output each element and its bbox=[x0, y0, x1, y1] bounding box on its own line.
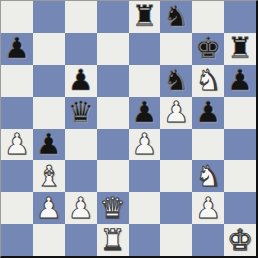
square-h3[interactable] bbox=[224, 160, 256, 192]
square-a8[interactable] bbox=[1, 1, 33, 33]
square-c2[interactable]: ♟ bbox=[65, 192, 97, 224]
white-pawn: ♟ bbox=[192, 192, 224, 224]
square-h1[interactable]: ♚ bbox=[224, 224, 256, 256]
black-pawn: ♟ bbox=[1, 33, 33, 65]
black-king: ♚ bbox=[192, 33, 224, 65]
square-g4[interactable] bbox=[192, 129, 224, 161]
square-e3[interactable] bbox=[129, 160, 161, 192]
white-pawn: ♟ bbox=[65, 192, 97, 224]
square-a1[interactable] bbox=[1, 224, 33, 256]
chess-board: ♜♞♟♚♜♟♞♞♟♛♟♟♟♟♟♟♝♞♟♟♛♟♜♚ bbox=[0, 0, 258, 258]
square-b3[interactable]: ♝ bbox=[33, 160, 65, 192]
square-e8[interactable]: ♜ bbox=[129, 1, 161, 33]
square-f2[interactable] bbox=[160, 192, 192, 224]
square-f7[interactable] bbox=[160, 33, 192, 65]
square-f1[interactable] bbox=[160, 224, 192, 256]
black-rook: ♜ bbox=[224, 33, 256, 65]
square-h4[interactable] bbox=[224, 129, 256, 161]
square-f8[interactable]: ♞ bbox=[160, 1, 192, 33]
square-h5[interactable] bbox=[224, 97, 256, 129]
square-a5[interactable] bbox=[1, 97, 33, 129]
square-b2[interactable]: ♟ bbox=[33, 192, 65, 224]
square-d2[interactable]: ♛ bbox=[97, 192, 129, 224]
square-g3[interactable]: ♞ bbox=[192, 160, 224, 192]
square-f3[interactable] bbox=[160, 160, 192, 192]
square-b5[interactable] bbox=[33, 97, 65, 129]
square-h2[interactable] bbox=[224, 192, 256, 224]
square-h8[interactable] bbox=[224, 1, 256, 33]
black-rook: ♜ bbox=[129, 1, 161, 33]
white-pawn: ♟ bbox=[160, 97, 192, 129]
black-pawn: ♟ bbox=[224, 65, 256, 97]
square-c7[interactable] bbox=[65, 33, 97, 65]
square-g5[interactable]: ♟ bbox=[192, 97, 224, 129]
square-d6[interactable] bbox=[97, 65, 129, 97]
square-e1[interactable] bbox=[129, 224, 161, 256]
white-pawn: ♟ bbox=[33, 192, 65, 224]
black-queen: ♛ bbox=[65, 97, 97, 129]
square-g6[interactable]: ♞ bbox=[192, 65, 224, 97]
white-rook: ♜ bbox=[97, 224, 129, 256]
black-pawn: ♟ bbox=[129, 97, 161, 129]
square-d8[interactable] bbox=[97, 1, 129, 33]
square-b7[interactable] bbox=[33, 33, 65, 65]
square-a2[interactable] bbox=[1, 192, 33, 224]
white-knight: ♞ bbox=[192, 65, 224, 97]
square-a7[interactable]: ♟ bbox=[1, 33, 33, 65]
square-d5[interactable] bbox=[97, 97, 129, 129]
white-pawn: ♟ bbox=[1, 129, 33, 161]
black-pawn: ♟ bbox=[192, 97, 224, 129]
square-b4[interactable]: ♟ bbox=[33, 129, 65, 161]
square-c4[interactable] bbox=[65, 129, 97, 161]
square-c6[interactable]: ♟ bbox=[65, 65, 97, 97]
square-a4[interactable]: ♟ bbox=[1, 129, 33, 161]
chess-board-grid: ♜♞♟♚♜♟♞♞♟♛♟♟♟♟♟♟♝♞♟♟♛♟♜♚ bbox=[1, 1, 256, 256]
square-e2[interactable] bbox=[129, 192, 161, 224]
square-d3[interactable] bbox=[97, 160, 129, 192]
black-pawn: ♟ bbox=[33, 129, 65, 161]
square-d7[interactable] bbox=[97, 33, 129, 65]
square-e7[interactable] bbox=[129, 33, 161, 65]
square-c3[interactable] bbox=[65, 160, 97, 192]
square-f5[interactable]: ♟ bbox=[160, 97, 192, 129]
white-pawn: ♟ bbox=[129, 129, 161, 161]
square-c8[interactable] bbox=[65, 1, 97, 33]
white-knight: ♞ bbox=[192, 160, 224, 192]
square-a3[interactable] bbox=[1, 160, 33, 192]
black-pawn: ♟ bbox=[65, 65, 97, 97]
black-knight: ♞ bbox=[160, 1, 192, 33]
white-bishop: ♝ bbox=[33, 160, 65, 192]
square-g1[interactable] bbox=[192, 224, 224, 256]
square-e4[interactable]: ♟ bbox=[129, 129, 161, 161]
square-h6[interactable]: ♟ bbox=[224, 65, 256, 97]
square-g2[interactable]: ♟ bbox=[192, 192, 224, 224]
square-f4[interactable] bbox=[160, 129, 192, 161]
square-f6[interactable]: ♞ bbox=[160, 65, 192, 97]
square-h7[interactable]: ♜ bbox=[224, 33, 256, 65]
black-knight: ♞ bbox=[160, 65, 192, 97]
square-d4[interactable] bbox=[97, 129, 129, 161]
square-g8[interactable] bbox=[192, 1, 224, 33]
square-a6[interactable] bbox=[1, 65, 33, 97]
white-king: ♚ bbox=[224, 224, 256, 256]
square-e5[interactable]: ♟ bbox=[129, 97, 161, 129]
square-e6[interactable] bbox=[129, 65, 161, 97]
square-c5[interactable]: ♛ bbox=[65, 97, 97, 129]
square-b1[interactable] bbox=[33, 224, 65, 256]
square-b8[interactable] bbox=[33, 1, 65, 33]
square-c1[interactable] bbox=[65, 224, 97, 256]
square-g7[interactable]: ♚ bbox=[192, 33, 224, 65]
square-b6[interactable] bbox=[33, 65, 65, 97]
white-queen: ♛ bbox=[97, 192, 129, 224]
square-d1[interactable]: ♜ bbox=[97, 224, 129, 256]
